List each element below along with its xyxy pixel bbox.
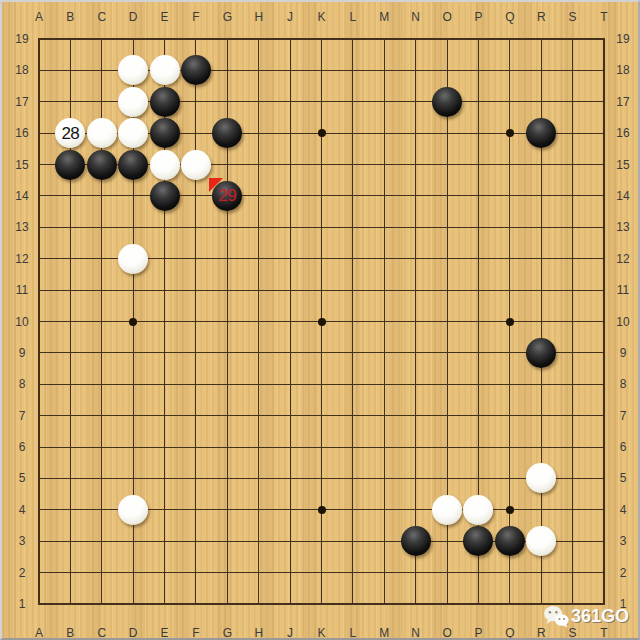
stone-white-D17 [118, 87, 148, 117]
stone-black-O17 [432, 87, 462, 117]
stone-black-G16 [212, 118, 242, 148]
stone-black-C15 [87, 150, 117, 180]
stone-black-B15 [55, 150, 85, 180]
stone-white-R5 [526, 463, 556, 493]
stone-black-E14 [150, 181, 180, 211]
stone-black-F18 [181, 55, 211, 85]
stone-white-D18 [118, 55, 148, 85]
stone-black-R16 [526, 118, 556, 148]
stone-black-G14: 29 [212, 181, 242, 211]
stone-white-D4 [118, 495, 148, 525]
stone-white-D12 [118, 244, 148, 274]
stone-white-F15 [181, 150, 211, 180]
stone-black-E17 [150, 87, 180, 117]
stone-white-C16 [87, 118, 117, 148]
stone-black-N3 [401, 526, 431, 556]
last-move-marker-icon [209, 178, 223, 192]
stone-black-Q3 [495, 526, 525, 556]
stone-white-O4 [432, 495, 462, 525]
stone-black-P3 [463, 526, 493, 556]
stone-black-R9 [526, 338, 556, 368]
stone-white-R3 [526, 526, 556, 556]
move-number-28: 28 [61, 125, 79, 142]
go-app-screenshot: AABBCCDDEEFFGGHHJJKKLLMMNNOOPPQQRRSSTT19… [0, 0, 640, 640]
stone-black-E16 [150, 118, 180, 148]
stones-layer: 2928 [2, 2, 638, 638]
stone-white-P4 [463, 495, 493, 525]
stone-white-D16 [118, 118, 148, 148]
stone-white-E15 [150, 150, 180, 180]
stone-white-B16: 28 [55, 118, 85, 148]
stone-black-D15 [118, 150, 148, 180]
stone-white-E18 [150, 55, 180, 85]
